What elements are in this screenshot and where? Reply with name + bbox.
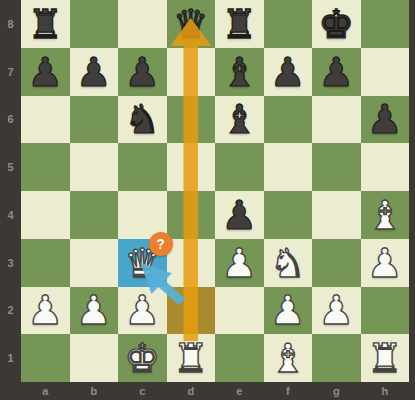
square-b3[interactable] bbox=[70, 239, 119, 287]
square-a3[interactable] bbox=[21, 239, 70, 287]
square-d2[interactable] bbox=[167, 287, 216, 335]
square-c4[interactable] bbox=[118, 191, 167, 239]
square-d8[interactable]: ♛ bbox=[167, 0, 216, 48]
square-f7[interactable]: ♟ bbox=[264, 48, 313, 96]
square-c1[interactable]: ♚ bbox=[118, 334, 167, 382]
square-e1[interactable] bbox=[215, 334, 264, 382]
square-d6[interactable] bbox=[167, 96, 216, 144]
white-bishop[interactable]: ♝ bbox=[264, 334, 313, 382]
rank-label-8: 8 bbox=[0, 0, 21, 48]
square-d7[interactable] bbox=[167, 48, 216, 96]
square-h8[interactable] bbox=[361, 0, 410, 48]
square-f2[interactable]: ♟ bbox=[264, 287, 313, 335]
square-f6[interactable] bbox=[264, 96, 313, 144]
square-b8[interactable] bbox=[70, 0, 119, 48]
white-bishop[interactable]: ♝ bbox=[361, 191, 410, 239]
square-a1[interactable] bbox=[21, 334, 70, 382]
black-pawn[interactable]: ♟ bbox=[312, 48, 361, 96]
file-label-a: a bbox=[21, 382, 70, 400]
square-f1[interactable]: ♝ bbox=[264, 334, 313, 382]
square-h4[interactable]: ♝ bbox=[361, 191, 410, 239]
black-bishop[interactable]: ♝ bbox=[215, 48, 264, 96]
white-pawn[interactable]: ♟ bbox=[21, 287, 70, 335]
white-pawn[interactable]: ♟ bbox=[312, 287, 361, 335]
black-pawn[interactable]: ♟ bbox=[215, 191, 264, 239]
square-h6[interactable]: ♟ bbox=[361, 96, 410, 144]
square-a2[interactable]: ♟ bbox=[21, 287, 70, 335]
white-pawn[interactable]: ♟ bbox=[264, 287, 313, 335]
square-h3[interactable]: ♟ bbox=[361, 239, 410, 287]
square-b4[interactable] bbox=[70, 191, 119, 239]
white-pawn[interactable]: ♟ bbox=[361, 239, 410, 287]
square-f4[interactable] bbox=[264, 191, 313, 239]
black-rook[interactable]: ♜ bbox=[215, 0, 264, 48]
square-c3[interactable]: ♛ bbox=[118, 239, 167, 287]
file-label-b: b bbox=[70, 382, 119, 400]
white-pawn[interactable]: ♟ bbox=[70, 287, 119, 335]
square-e4[interactable]: ♟ bbox=[215, 191, 264, 239]
square-d1[interactable]: ♜ bbox=[167, 334, 216, 382]
rank-label-3: 3 bbox=[0, 239, 21, 287]
black-pawn[interactable]: ♟ bbox=[70, 48, 119, 96]
square-g1[interactable] bbox=[312, 334, 361, 382]
square-e6[interactable]: ♝ bbox=[215, 96, 264, 144]
square-f5[interactable] bbox=[264, 143, 313, 191]
black-pawn[interactable]: ♟ bbox=[118, 48, 167, 96]
square-h1[interactable]: ♜ bbox=[361, 334, 410, 382]
black-pawn[interactable]: ♟ bbox=[264, 48, 313, 96]
rank-label-1: 1 bbox=[0, 334, 21, 382]
square-e5[interactable] bbox=[215, 143, 264, 191]
chess-board[interactable]: ♜♛♜♚♟♟♟♝♟♟♞♝♟♟♝♛♟♞♟♟♟♟♟♟♚♜♝♜ bbox=[21, 0, 409, 382]
white-pawn[interactable]: ♟ bbox=[118, 287, 167, 335]
square-h2[interactable] bbox=[361, 287, 410, 335]
square-c2[interactable]: ♟ bbox=[118, 287, 167, 335]
white-rook[interactable]: ♜ bbox=[167, 334, 216, 382]
rank-labels: 87654321 bbox=[0, 0, 21, 382]
square-c8[interactable] bbox=[118, 0, 167, 48]
square-c7[interactable]: ♟ bbox=[118, 48, 167, 96]
square-b5[interactable] bbox=[70, 143, 119, 191]
square-d5[interactable] bbox=[167, 143, 216, 191]
rank-label-7: 7 bbox=[0, 48, 21, 96]
square-e7[interactable]: ♝ bbox=[215, 48, 264, 96]
square-d3[interactable] bbox=[167, 239, 216, 287]
square-c5[interactable] bbox=[118, 143, 167, 191]
white-queen[interactable]: ♛ bbox=[118, 239, 167, 287]
square-a5[interactable] bbox=[21, 143, 70, 191]
square-h7[interactable] bbox=[361, 48, 410, 96]
rank-label-2: 2 bbox=[0, 287, 21, 335]
square-f8[interactable] bbox=[264, 0, 313, 48]
square-g8[interactable]: ♚ bbox=[312, 0, 361, 48]
file-label-h: h bbox=[361, 382, 410, 400]
square-d4[interactable] bbox=[167, 191, 216, 239]
file-label-e: e bbox=[215, 382, 264, 400]
black-queen[interactable]: ♛ bbox=[167, 0, 216, 48]
file-label-d: d bbox=[167, 382, 216, 400]
square-b1[interactable] bbox=[70, 334, 119, 382]
square-e2[interactable] bbox=[215, 287, 264, 335]
square-g3[interactable] bbox=[312, 239, 361, 287]
square-a8[interactable]: ♜ bbox=[21, 0, 70, 48]
square-b6[interactable] bbox=[70, 96, 119, 144]
square-g2[interactable]: ♟ bbox=[312, 287, 361, 335]
black-pawn[interactable]: ♟ bbox=[21, 48, 70, 96]
square-f3[interactable]: ♞ bbox=[264, 239, 313, 287]
white-king[interactable]: ♚ bbox=[118, 334, 167, 382]
chess-board-panel: 87654321 ♜♛♜♚♟♟♟♝♟♟♞♝♟♟♝♛♟♞♟♟♟♟♟♟♚♜♝♜ ab… bbox=[0, 0, 415, 400]
square-e3[interactable]: ♟ bbox=[215, 239, 264, 287]
square-b7[interactable]: ♟ bbox=[70, 48, 119, 96]
square-g7[interactable]: ♟ bbox=[312, 48, 361, 96]
square-g4[interactable] bbox=[312, 191, 361, 239]
square-a6[interactable] bbox=[21, 96, 70, 144]
black-rook[interactable]: ♜ bbox=[21, 0, 70, 48]
file-label-c: c bbox=[118, 382, 167, 400]
rank-label-4: 4 bbox=[0, 191, 21, 239]
square-g5[interactable] bbox=[312, 143, 361, 191]
rank-label-6: 6 bbox=[0, 96, 21, 144]
square-a4[interactable] bbox=[21, 191, 70, 239]
black-bishop[interactable]: ♝ bbox=[215, 96, 264, 144]
square-a7[interactable]: ♟ bbox=[21, 48, 70, 96]
white-knight[interactable]: ♞ bbox=[264, 239, 313, 287]
square-c6[interactable]: ♞ bbox=[118, 96, 167, 144]
square-b2[interactable]: ♟ bbox=[70, 287, 119, 335]
square-g6[interactable] bbox=[312, 96, 361, 144]
file-labels: abcdefgh bbox=[21, 382, 409, 400]
rank-label-5: 5 bbox=[0, 143, 21, 191]
black-king[interactable]: ♚ bbox=[312, 0, 361, 48]
black-knight[interactable]: ♞ bbox=[118, 96, 167, 144]
white-pawn[interactable]: ♟ bbox=[215, 239, 264, 287]
black-pawn[interactable]: ♟ bbox=[361, 96, 410, 144]
file-label-g: g bbox=[312, 382, 361, 400]
square-e8[interactable]: ♜ bbox=[215, 0, 264, 48]
file-label-f: f bbox=[264, 382, 313, 400]
square-h5[interactable] bbox=[361, 143, 410, 191]
white-rook[interactable]: ♜ bbox=[361, 334, 410, 382]
